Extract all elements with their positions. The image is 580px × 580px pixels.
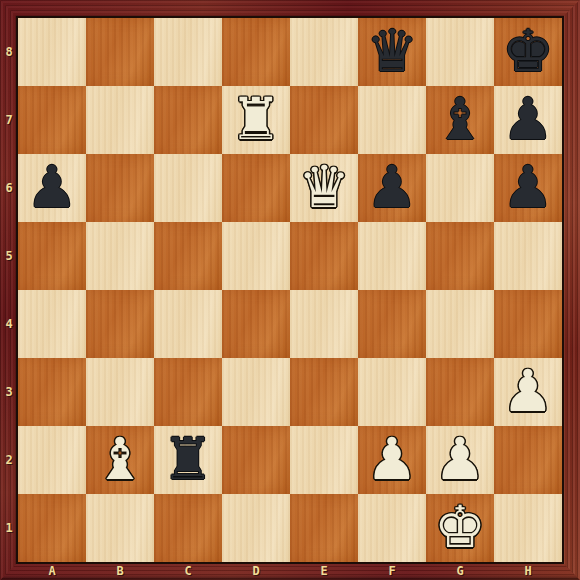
piece-white-rook[interactable]: ♜ <box>222 86 290 154</box>
square-h1[interactable] <box>494 494 562 562</box>
rank-label-5: 5 <box>0 222 18 290</box>
piece-black-pawn[interactable]: ♟ <box>494 86 562 154</box>
piece-black-pawn[interactable]: ♟ <box>494 154 562 222</box>
file-label-e: E <box>290 562 358 580</box>
rank-labels: 87654321 <box>0 18 18 562</box>
square-d5[interactable] <box>222 222 290 290</box>
square-f1[interactable] <box>358 494 426 562</box>
file-label-c: C <box>154 562 222 580</box>
square-a5[interactable] <box>18 222 86 290</box>
square-a8[interactable] <box>18 18 86 86</box>
file-label-f: F <box>358 562 426 580</box>
square-e5[interactable] <box>290 222 358 290</box>
square-e1[interactable] <box>290 494 358 562</box>
board-frame: 87654321 ABCDEFGH ♛♚♜♝♟♟♛♟♟♟♝♜♟♟♚ <box>0 0 580 580</box>
piece-white-pawn[interactable]: ♟ <box>426 426 494 494</box>
rank-label-6: 6 <box>0 154 18 222</box>
square-b6[interactable] <box>86 154 154 222</box>
piece-white-pawn[interactable]: ♟ <box>358 426 426 494</box>
square-g2[interactable]: ♟ <box>426 426 494 494</box>
square-a4[interactable] <box>18 290 86 358</box>
square-c7[interactable] <box>154 86 222 154</box>
rank-label-1: 1 <box>0 494 18 562</box>
piece-black-pawn[interactable]: ♟ <box>18 154 86 222</box>
square-c5[interactable] <box>154 222 222 290</box>
square-b5[interactable] <box>86 222 154 290</box>
square-c1[interactable] <box>154 494 222 562</box>
square-c6[interactable] <box>154 154 222 222</box>
piece-black-bishop[interactable]: ♝ <box>426 86 494 154</box>
square-b8[interactable] <box>86 18 154 86</box>
square-h2[interactable] <box>494 426 562 494</box>
piece-black-king[interactable]: ♚ <box>494 18 562 86</box>
square-c3[interactable] <box>154 358 222 426</box>
square-c4[interactable] <box>154 290 222 358</box>
rank-label-7: 7 <box>0 86 18 154</box>
square-a3[interactable] <box>18 358 86 426</box>
rank-label-4: 4 <box>0 290 18 358</box>
square-h4[interactable] <box>494 290 562 358</box>
file-label-d: D <box>222 562 290 580</box>
piece-white-queen[interactable]: ♛ <box>290 154 358 222</box>
frame-edge-right <box>562 0 580 580</box>
square-f6[interactable]: ♟ <box>358 154 426 222</box>
square-g7[interactable]: ♝ <box>426 86 494 154</box>
square-d3[interactable] <box>222 358 290 426</box>
rank-label-2: 2 <box>0 426 18 494</box>
rank-label-8: 8 <box>0 18 18 86</box>
square-f8[interactable]: ♛ <box>358 18 426 86</box>
frame-edge-top <box>0 0 580 18</box>
square-f4[interactable] <box>358 290 426 358</box>
piece-black-pawn[interactable]: ♟ <box>358 154 426 222</box>
square-b7[interactable] <box>86 86 154 154</box>
square-h7[interactable]: ♟ <box>494 86 562 154</box>
square-e4[interactable] <box>290 290 358 358</box>
square-e8[interactable] <box>290 18 358 86</box>
piece-white-king[interactable]: ♚ <box>426 494 494 562</box>
square-h8[interactable]: ♚ <box>494 18 562 86</box>
rank-label-3: 3 <box>0 358 18 426</box>
chess-board: ♛♚♜♝♟♟♛♟♟♟♝♜♟♟♚ <box>18 18 562 562</box>
square-a6[interactable]: ♟ <box>18 154 86 222</box>
square-c2[interactable]: ♜ <box>154 426 222 494</box>
piece-white-pawn[interactable]: ♟ <box>494 358 562 426</box>
square-d2[interactable] <box>222 426 290 494</box>
file-label-b: B <box>86 562 154 580</box>
square-b4[interactable] <box>86 290 154 358</box>
square-f5[interactable] <box>358 222 426 290</box>
square-e3[interactable] <box>290 358 358 426</box>
square-g4[interactable] <box>426 290 494 358</box>
square-b2[interactable]: ♝ <box>86 426 154 494</box>
square-a2[interactable] <box>18 426 86 494</box>
square-g6[interactable] <box>426 154 494 222</box>
square-f7[interactable] <box>358 86 426 154</box>
square-f2[interactable]: ♟ <box>358 426 426 494</box>
square-h5[interactable] <box>494 222 562 290</box>
square-g8[interactable] <box>426 18 494 86</box>
square-b3[interactable] <box>86 358 154 426</box>
piece-black-queen[interactable]: ♛ <box>358 18 426 86</box>
file-label-g: G <box>426 562 494 580</box>
square-h6[interactable]: ♟ <box>494 154 562 222</box>
piece-black-rook[interactable]: ♜ <box>154 426 222 494</box>
square-c8[interactable] <box>154 18 222 86</box>
file-label-a: A <box>18 562 86 580</box>
square-g1[interactable]: ♚ <box>426 494 494 562</box>
square-g5[interactable] <box>426 222 494 290</box>
square-b1[interactable] <box>86 494 154 562</box>
square-d6[interactable] <box>222 154 290 222</box>
square-d7[interactable]: ♜ <box>222 86 290 154</box>
square-a7[interactable] <box>18 86 86 154</box>
square-e6[interactable]: ♛ <box>290 154 358 222</box>
square-f3[interactable] <box>358 358 426 426</box>
square-a1[interactable] <box>18 494 86 562</box>
square-d8[interactable] <box>222 18 290 86</box>
square-g3[interactable] <box>426 358 494 426</box>
piece-white-bishop[interactable]: ♝ <box>86 426 154 494</box>
square-h3[interactable]: ♟ <box>494 358 562 426</box>
square-d4[interactable] <box>222 290 290 358</box>
square-d1[interactable] <box>222 494 290 562</box>
file-label-h: H <box>494 562 562 580</box>
file-labels: ABCDEFGH <box>18 562 562 580</box>
square-e7[interactable] <box>290 86 358 154</box>
square-e2[interactable] <box>290 426 358 494</box>
